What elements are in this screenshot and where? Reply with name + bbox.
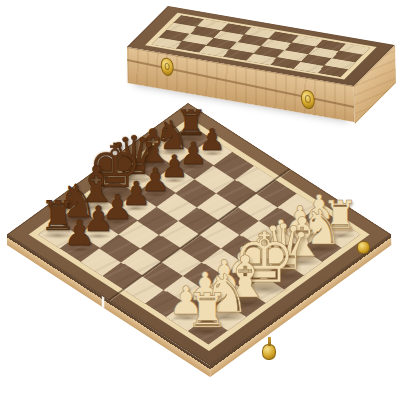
brass-latch-left-icon <box>161 57 174 77</box>
brass-clasp-lower-icon <box>262 344 276 360</box>
open-chess-board <box>7 103 391 366</box>
chess-set-photo: ♜♟♟♜♞♟♟♞♝♟♟♝♛♟♟♛♚♟♟♚♝♟♟♝♞♟♟♞♜♟♟♜ <box>0 0 400 400</box>
brass-clasp-upper-icon <box>357 241 370 254</box>
brass-latch-right-icon <box>301 89 315 110</box>
